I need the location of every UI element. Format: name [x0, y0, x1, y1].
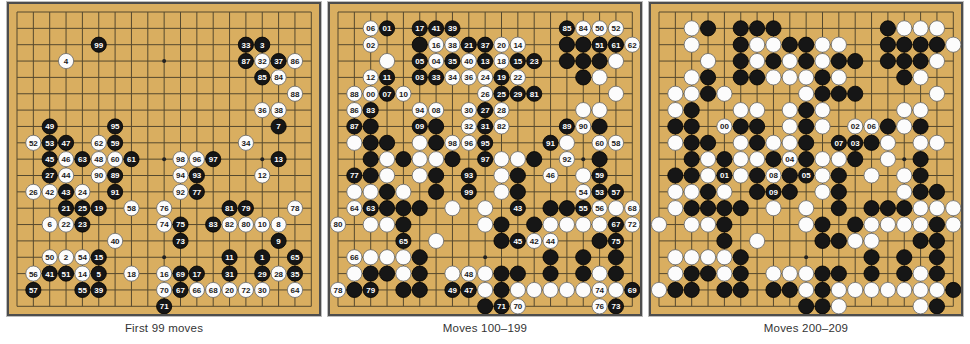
stone-white [897, 119, 912, 134]
stone-black [379, 201, 394, 216]
stone-label: 84 [579, 24, 588, 33]
stone-label: 81 [225, 204, 234, 213]
stone-black [543, 250, 558, 265]
stone-label: 97 [209, 155, 218, 164]
stone-white [733, 103, 748, 118]
stone-white [700, 250, 715, 265]
stone-label: 30 [258, 286, 267, 295]
stone-label: 58 [127, 204, 136, 213]
stone-label: 52 [611, 24, 620, 33]
stone-white [379, 217, 394, 232]
stone-black [700, 21, 715, 36]
stone-white [799, 201, 814, 216]
stone-label: 06 [867, 122, 876, 131]
stone-label: 31 [481, 122, 490, 131]
stone-white [396, 250, 411, 265]
stone-label: 59 [595, 171, 604, 180]
stone-white [412, 135, 427, 150]
stone-white [668, 250, 683, 265]
stone-black [510, 168, 525, 183]
stone-label: 07 [834, 139, 843, 148]
stone-white [478, 266, 493, 281]
stone-white [668, 103, 683, 118]
stone-white [684, 217, 699, 232]
stone-white [396, 184, 411, 199]
stone-black [733, 37, 748, 52]
stone-white [750, 152, 765, 167]
stone-black [412, 266, 427, 281]
stone-black [766, 152, 781, 167]
stone-black [766, 21, 781, 36]
stone-black [684, 103, 699, 118]
stone-black [897, 250, 912, 265]
stone-label: 06 [366, 24, 375, 33]
stone-label: 9 [276, 237, 281, 246]
stone-label: 01 [720, 171, 729, 180]
stone-white [576, 103, 591, 118]
stone-white [700, 168, 715, 183]
stone-label: 13 [481, 57, 490, 66]
stone-label: 92 [176, 188, 185, 197]
stone-black [717, 152, 732, 167]
stone-white [815, 103, 830, 118]
stone-label: 59 [111, 139, 120, 148]
stone-white [766, 37, 781, 52]
stone-white [684, 21, 699, 36]
stone-black [848, 86, 863, 101]
stone-label: 53 [45, 139, 54, 148]
stone-label: 20 [225, 286, 234, 295]
stone-black [592, 233, 607, 248]
stone-label: 50 [595, 24, 604, 33]
stone-white [543, 217, 558, 232]
stone-white [478, 217, 493, 232]
stone-white [880, 217, 895, 232]
stone-label: 35 [290, 270, 299, 279]
stone-black [510, 266, 525, 281]
stone-label: 79 [366, 286, 375, 295]
stone-label: 07 [383, 90, 392, 99]
stone-black [946, 282, 961, 297]
star-point [260, 157, 264, 161]
board-svg-3: 00010203040506070809 [651, 4, 961, 314]
stone-black [913, 37, 928, 52]
stone-label: 2 [64, 253, 69, 262]
stone-label: 37 [274, 57, 283, 66]
stone-white [913, 217, 928, 232]
stone-label: 84 [274, 73, 283, 82]
stone-label: 37 [481, 41, 490, 50]
stone-label: 68 [209, 286, 218, 295]
caption-moves-200-209: Moves 200–209 [764, 322, 848, 334]
stone-white [684, 250, 699, 265]
stone-black [799, 103, 814, 118]
stone-white [831, 299, 846, 314]
stone-black [913, 119, 928, 134]
stone-label: 4 [64, 57, 69, 66]
stone-label: 11 [225, 253, 234, 262]
stone-black [396, 282, 411, 297]
stone-black [510, 184, 525, 199]
stone-black [684, 135, 699, 150]
stone-white [396, 266, 411, 281]
stone-black [815, 299, 830, 314]
stone-black [733, 201, 748, 216]
stone-white [559, 217, 574, 232]
stone-label: 29 [258, 270, 267, 279]
stone-label: 43 [513, 204, 522, 213]
stone-white [494, 168, 509, 183]
stone-label: 96 [192, 155, 201, 164]
stone-black [880, 37, 895, 52]
stone-black [396, 201, 411, 216]
stone-white [445, 266, 460, 281]
stone-white [608, 201, 623, 216]
stone-label: 88 [350, 90, 359, 99]
stone-label: 19 [497, 73, 506, 82]
stone-label: 65 [399, 237, 408, 246]
stone-label: 42 [530, 237, 539, 246]
stone-white [412, 168, 427, 183]
stone-black [700, 135, 715, 150]
stone-white [379, 152, 394, 167]
stone-label: 87 [241, 57, 250, 66]
stone-white [782, 70, 797, 85]
stone-white [831, 70, 846, 85]
stone-label: 08 [769, 171, 778, 180]
stone-white [478, 282, 493, 297]
stone-label: 90 [579, 122, 588, 131]
stone-black [379, 184, 394, 199]
stone-label: 64 [290, 286, 299, 295]
stone-black [880, 201, 895, 216]
stone-label: 86 [290, 57, 299, 66]
stone-white [815, 168, 830, 183]
stone-black [363, 152, 378, 167]
stone-white [750, 233, 765, 248]
stone-label: 55 [78, 286, 87, 295]
stone-label: 49 [45, 122, 54, 131]
stone-white [668, 86, 683, 101]
stone-black [494, 266, 509, 281]
panel-first-99-moves: 1234567891011121314151617181920212223242… [7, 2, 321, 334]
stone-label: 39 [94, 286, 103, 295]
stone-white [782, 103, 797, 118]
stone-white [733, 168, 748, 183]
stone-white [929, 21, 944, 36]
stone-label: 20 [497, 41, 506, 50]
stone-white [668, 201, 683, 216]
stone-label: 69 [628, 286, 637, 295]
stone-label: 99 [464, 188, 473, 197]
stone-label: 87 [350, 122, 359, 131]
stone-white [494, 184, 509, 199]
stone-label: 3 [260, 41, 265, 50]
stone-label: 11 [383, 73, 392, 82]
stone-white [799, 86, 814, 101]
stone-label: 25 [78, 204, 87, 213]
stone-black [815, 233, 830, 248]
stone-label: 36 [464, 73, 473, 82]
stone-black [733, 119, 748, 134]
stone-black [913, 168, 928, 183]
stone-label: 16 [160, 270, 169, 279]
stone-white [733, 152, 748, 167]
stone-label: 36 [258, 106, 267, 115]
stone-black [576, 37, 591, 52]
stone-label: 25 [497, 90, 506, 99]
stone-label: 27 [481, 106, 490, 115]
stone-label: 23 [530, 57, 539, 66]
stone-white [363, 217, 378, 232]
stone-label: 29 [513, 90, 522, 99]
stone-white [576, 168, 591, 183]
stone-black [700, 70, 715, 85]
stone-black [897, 266, 912, 281]
stone-black [592, 152, 607, 167]
stone-black [750, 119, 765, 134]
stone-label: 5 [97, 270, 102, 279]
stone-label: 82 [497, 122, 506, 131]
stone-black [363, 266, 378, 281]
stone-label: 76 [160, 204, 169, 213]
stone-label: 27 [45, 171, 54, 180]
stone-label: 69 [176, 270, 185, 279]
stone-white [766, 70, 781, 85]
stone-label: 51 [595, 41, 604, 50]
stone-black [831, 233, 846, 248]
stone-black [799, 152, 814, 167]
stone-label: 34 [448, 73, 457, 82]
stone-white [913, 103, 928, 118]
stone-label: 95 [111, 122, 120, 131]
stone-label: 33 [432, 73, 441, 82]
stone-white [717, 86, 732, 101]
stone-label: 64 [350, 204, 359, 213]
stone-white [880, 135, 895, 150]
stone-black [799, 37, 814, 52]
stone-white [913, 266, 928, 281]
stone-white [897, 184, 912, 199]
stone-black [543, 266, 558, 281]
stone-black [412, 282, 427, 297]
stone-label: 10 [258, 220, 267, 229]
stone-white [445, 201, 460, 216]
stone-white [608, 282, 623, 297]
stone-label: 66 [192, 286, 201, 295]
stone-label: 05 [802, 171, 811, 180]
stone-label: 03 [415, 73, 424, 82]
stone-black [864, 201, 879, 216]
stone-black [494, 282, 509, 297]
stone-white [347, 135, 362, 150]
stone-label: 34 [241, 139, 250, 148]
stone-black [750, 168, 765, 183]
stone-label: 17 [415, 24, 424, 33]
stone-black [363, 135, 378, 150]
stone-black [897, 70, 912, 85]
stone-black [929, 299, 944, 314]
stone-black [831, 201, 846, 216]
stone-white [799, 217, 814, 232]
stone-label: 50 [45, 253, 54, 262]
stone-black [429, 184, 444, 199]
stone-black [750, 70, 765, 85]
stone-white [799, 282, 814, 297]
stone-label: 26 [29, 188, 38, 197]
stone-label: 96 [464, 139, 473, 148]
stone-label: 78 [290, 204, 299, 213]
go-board-moves-200-209: 00010203040506070809 [649, 2, 963, 316]
caption-moves-100-199: Moves 100–199 [443, 322, 527, 334]
stone-label: 18 [127, 270, 136, 279]
stone-black [897, 53, 912, 68]
stone-black [608, 250, 623, 265]
stone-white [929, 135, 944, 150]
stone-label: 47 [62, 139, 71, 148]
stone-white [700, 217, 715, 232]
stone-white [717, 184, 732, 199]
caption-first-99-moves: First 99 moves [125, 322, 203, 334]
stone-label: 28 [274, 270, 283, 279]
stone-black [880, 21, 895, 36]
stone-white [379, 53, 394, 68]
stone-label: 42 [45, 188, 54, 197]
stone-black [559, 53, 574, 68]
stone-label: 94 [176, 171, 185, 180]
stone-white [864, 282, 879, 297]
stone-white [864, 233, 879, 248]
stone-label: 49 [448, 286, 457, 295]
stone-label: 65 [290, 253, 299, 262]
stone-black [929, 217, 944, 232]
stone-label: 26 [481, 90, 490, 99]
stone-black [363, 168, 378, 183]
stone-label: 45 [45, 155, 54, 164]
stone-label: 80 [241, 220, 250, 229]
stone-black [700, 201, 715, 216]
stone-label: 09 [415, 122, 424, 131]
stone-black [929, 266, 944, 281]
stone-white [929, 53, 944, 68]
stone-label: 7 [276, 122, 281, 131]
stone-white [815, 152, 830, 167]
stone-label: 62 [94, 139, 103, 148]
stone-black [799, 299, 814, 314]
stone-black [815, 282, 830, 297]
stone-white [782, 53, 797, 68]
stone-label: 70 [160, 286, 169, 295]
stone-white [946, 201, 961, 216]
stone-label: 8 [276, 220, 281, 229]
stone-black [684, 201, 699, 216]
stone-black [880, 119, 895, 134]
stone-white [766, 266, 781, 281]
stone-black [494, 233, 509, 248]
stone-label: 58 [611, 139, 620, 148]
stone-black [897, 201, 912, 216]
stone-black [717, 282, 732, 297]
stone-label: 94 [415, 106, 424, 115]
stone-black [733, 266, 748, 281]
star-point [902, 157, 906, 161]
stone-label: 05 [415, 57, 424, 66]
stone-white [510, 152, 525, 167]
stone-black [700, 184, 715, 199]
stone-white [429, 233, 444, 248]
stone-white [815, 184, 830, 199]
stone-white [684, 184, 699, 199]
stone-black [831, 266, 846, 281]
stone-white [897, 217, 912, 232]
stone-white [559, 282, 574, 297]
stone-black [717, 201, 732, 216]
stone-label: 72 [628, 220, 637, 229]
stone-white [913, 201, 928, 216]
stone-label: 51 [62, 270, 71, 279]
stone-white [913, 135, 928, 150]
stone-black [543, 201, 558, 216]
stone-label: 15 [513, 57, 522, 66]
board-svg-1: 1234567891011121314151617181920212223242… [9, 4, 319, 314]
stone-label: 63 [78, 155, 87, 164]
stone-label: 04 [785, 155, 794, 164]
stone-white [929, 201, 944, 216]
stone-label: 35 [448, 57, 457, 66]
stone-black [815, 217, 830, 232]
stone-label: 72 [241, 286, 250, 295]
stone-label: 12 [366, 73, 375, 82]
stone-black [864, 250, 879, 265]
stone-black [864, 135, 879, 150]
stone-label: 23 [78, 220, 87, 229]
stone-black [717, 233, 732, 248]
stone-black [782, 37, 797, 52]
stone-white [592, 266, 607, 281]
stone-white [700, 152, 715, 167]
stone-white [668, 184, 683, 199]
stone-label: 76 [595, 302, 604, 311]
stone-black [750, 184, 765, 199]
stone-label: 98 [448, 139, 457, 148]
stone-label: 83 [366, 106, 375, 115]
stone-white [559, 135, 574, 150]
stone-white [347, 184, 362, 199]
stone-label: 66 [350, 253, 359, 262]
stone-black [592, 53, 607, 68]
stone-white [897, 103, 912, 118]
stone-label: 09 [769, 188, 778, 197]
stone-white [379, 250, 394, 265]
stone-label: 54 [78, 253, 87, 262]
stone-white [651, 217, 666, 232]
stone-label: 89 [111, 171, 120, 180]
stone-label: 46 [546, 171, 555, 180]
stone-label: 19 [94, 204, 103, 213]
stone-black [684, 282, 699, 297]
stone-label: 47 [464, 286, 473, 295]
stone-black [347, 282, 362, 297]
stone-black [412, 37, 427, 52]
stone-white [700, 53, 715, 68]
stone-black [733, 70, 748, 85]
stone-black [831, 184, 846, 199]
stone-label: 81 [530, 90, 539, 99]
stone-black [429, 135, 444, 150]
stone-label: 43 [62, 188, 71, 197]
stone-white [684, 86, 699, 101]
stone-black [929, 184, 944, 199]
